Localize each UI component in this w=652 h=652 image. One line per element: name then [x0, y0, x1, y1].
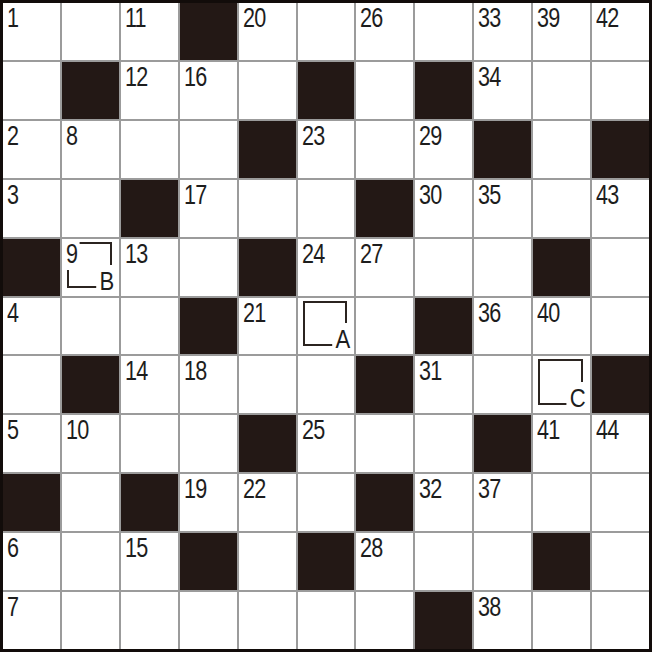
cell-r9c6[interactable]	[298, 474, 355, 531]
clue-number-17: 17	[184, 182, 209, 211]
clue-number-28: 28	[360, 535, 385, 564]
cell-r9c8[interactable]: 32	[415, 474, 472, 531]
cell-r9c4[interactable]: 19	[180, 474, 237, 531]
cell-r8c10[interactable]: 41	[533, 415, 590, 472]
cell-r5c4[interactable]	[180, 239, 237, 296]
cell-r10c1[interactable]: 6	[3, 533, 60, 590]
cell-r7c8[interactable]: 31	[415, 356, 472, 413]
cell-r11c9[interactable]: 38	[474, 592, 531, 649]
cell-r8c6[interactable]: 25	[298, 415, 355, 472]
clue-number-11: 11	[125, 5, 148, 34]
clue-number-7: 7	[7, 594, 21, 623]
block-cell-r9c3	[121, 474, 178, 531]
cell-r8c8[interactable]	[415, 415, 472, 472]
cell-r2c5[interactable]	[239, 62, 296, 119]
cell-r4c4[interactable]: 17	[180, 180, 237, 237]
clue-number-2: 2	[7, 123, 21, 152]
block-cell-r7c2	[62, 356, 119, 413]
cell-r2c7[interactable]	[356, 62, 413, 119]
cell-r7c1[interactable]	[3, 356, 60, 413]
cell-r10c9[interactable]	[474, 533, 531, 590]
block-cell-r4c3	[121, 180, 178, 237]
clue-number-3: 3	[7, 182, 21, 211]
block-cell-r9c7	[356, 474, 413, 531]
cell-r11c3[interactable]	[121, 592, 178, 649]
clue-number-29: 29	[419, 123, 444, 152]
cell-r10c7[interactable]: 28	[356, 533, 413, 590]
cell-r4c11[interactable]: 43	[592, 180, 649, 237]
clue-number-8: 8	[66, 123, 80, 152]
cell-r4c10[interactable]	[533, 180, 590, 237]
cell-r1c9[interactable]: 33	[474, 3, 531, 60]
cell-r8c7[interactable]	[356, 415, 413, 472]
cell-r1c7[interactable]: 26	[356, 3, 413, 60]
cell-r2c1[interactable]	[3, 62, 60, 119]
cell-r2c10[interactable]	[533, 62, 590, 119]
block-cell-r5c1	[3, 239, 60, 296]
clue-number-18: 18	[184, 358, 209, 387]
cell-r6c6[interactable]: A	[298, 298, 355, 355]
clue-number-33: 33	[478, 5, 503, 34]
cell-r2c4[interactable]: 16	[180, 62, 237, 119]
clue-number-23: 23	[302, 123, 327, 152]
clue-number-13: 13	[125, 241, 150, 270]
clue-number-6: 6	[7, 535, 21, 564]
block-cell-r3c9	[474, 121, 531, 178]
cell-r3c10[interactable]	[533, 121, 590, 178]
cell-r10c8[interactable]	[415, 533, 472, 590]
cell-r5c2[interactable]: B9	[62, 239, 119, 296]
cell-r7c10[interactable]: C	[533, 356, 590, 413]
cell-r11c2[interactable]	[62, 592, 119, 649]
cell-r10c2[interactable]	[62, 533, 119, 590]
block-cell-r5c10	[533, 239, 590, 296]
clue-number-34: 34	[478, 64, 503, 93]
clue-number-32: 32	[419, 476, 444, 505]
cell-r9c9[interactable]: 37	[474, 474, 531, 531]
block-cell-r3c11	[592, 121, 649, 178]
cell-r6c3[interactable]	[121, 298, 178, 355]
clue-number-42: 42	[596, 5, 621, 34]
clue-number-24: 24	[302, 241, 327, 270]
cell-r4c9[interactable]: 35	[474, 180, 531, 237]
block-cell-r10c6	[298, 533, 355, 590]
block-cell-r11c8	[415, 592, 472, 649]
clue-number-4: 4	[7, 300, 21, 329]
cell-r9c11[interactable]	[592, 474, 649, 531]
cell-r5c3[interactable]: 13	[121, 239, 178, 296]
cell-r6c9[interactable]: 36	[474, 298, 531, 355]
cell-r11c4[interactable]	[180, 592, 237, 649]
cell-r4c6[interactable]	[298, 180, 355, 237]
cell-r1c1[interactable]: 1	[3, 3, 60, 60]
cell-r4c8[interactable]: 30	[415, 180, 472, 237]
clue-number-36: 36	[478, 300, 503, 329]
cell-r5c9[interactable]	[474, 239, 531, 296]
cell-r9c10[interactable]	[533, 474, 590, 531]
cell-r1c11[interactable]: 42	[592, 3, 649, 60]
cell-r2c11[interactable]	[592, 62, 649, 119]
clue-number-35: 35	[478, 182, 503, 211]
cell-r8c11[interactable]: 44	[592, 415, 649, 472]
clue-number-15: 15	[125, 535, 150, 564]
crossword-board: 1112026333942121634282329317303543B91324…	[0, 0, 652, 652]
cell-r3c7[interactable]	[356, 121, 413, 178]
cell-r4c1[interactable]: 3	[3, 180, 60, 237]
block-cell-r3c5	[239, 121, 296, 178]
cell-r1c8[interactable]	[415, 3, 472, 60]
cell-r8c3[interactable]	[121, 415, 178, 472]
block-cell-r2c6	[298, 62, 355, 119]
clue-number-21: 21	[243, 300, 268, 329]
cell-r6c11[interactable]	[592, 298, 649, 355]
cell-r1c6[interactable]	[298, 3, 355, 60]
cell-r1c10[interactable]: 39	[533, 3, 590, 60]
clue-number-43: 43	[596, 182, 621, 211]
cell-r10c3[interactable]: 15	[121, 533, 178, 590]
cell-r7c5[interactable]	[239, 356, 296, 413]
block-cell-r10c10	[533, 533, 590, 590]
marker-label-a: A	[332, 323, 350, 352]
clue-number-30: 30	[419, 182, 444, 211]
block-cell-r2c2	[62, 62, 119, 119]
cell-r7c4[interactable]: 18	[180, 356, 237, 413]
clue-number-40: 40	[537, 300, 562, 329]
cell-r3c8[interactable]: 29	[415, 121, 472, 178]
cell-r3c1[interactable]: 2	[3, 121, 60, 178]
cell-r6c2[interactable]	[62, 298, 119, 355]
block-cell-r4c7	[356, 180, 413, 237]
cell-r2c9[interactable]: 34	[474, 62, 531, 119]
clue-number-14: 14	[125, 358, 150, 387]
block-cell-r1c4	[180, 3, 237, 60]
cell-r3c2[interactable]: 8	[62, 121, 119, 178]
cell-r6c10[interactable]: 40	[533, 298, 590, 355]
clue-number-5: 5	[7, 417, 21, 446]
clue-number-38: 38	[478, 594, 503, 623]
cell-r1c5[interactable]: 20	[239, 3, 296, 60]
cell-r3c4[interactable]	[180, 121, 237, 178]
clue-number-9: 9	[66, 241, 80, 270]
clue-number-22: 22	[243, 476, 268, 505]
clue-number-1: 1	[7, 5, 21, 34]
block-cell-r6c4	[180, 298, 237, 355]
cell-r1c3[interactable]: 11	[121, 3, 178, 60]
cell-r5c6[interactable]: 24	[298, 239, 355, 296]
clue-number-37: 37	[478, 476, 503, 505]
cell-r5c8[interactable]	[415, 239, 472, 296]
cell-r9c2[interactable]	[62, 474, 119, 531]
cell-r11c5[interactable]	[239, 592, 296, 649]
block-cell-r6c8	[415, 298, 472, 355]
clue-number-27: 27	[360, 241, 385, 270]
marker-label-c: C	[567, 382, 586, 411]
clue-number-31: 31	[419, 358, 444, 387]
cell-r7c9[interactable]	[474, 356, 531, 413]
clue-number-12: 12	[125, 64, 150, 93]
cell-r7c6[interactable]	[298, 356, 355, 413]
cell-r10c11[interactable]	[592, 533, 649, 590]
cell-r11c6[interactable]	[298, 592, 355, 649]
clue-number-39: 39	[537, 5, 562, 34]
block-cell-r2c8	[415, 62, 472, 119]
cell-r6c5[interactable]: 21	[239, 298, 296, 355]
clue-number-25: 25	[302, 417, 327, 446]
cell-r3c3[interactable]	[121, 121, 178, 178]
block-cell-r9c1	[3, 474, 60, 531]
block-cell-r7c11	[592, 356, 649, 413]
cell-r4c5[interactable]	[239, 180, 296, 237]
cell-r11c11[interactable]	[592, 592, 649, 649]
cell-r11c1[interactable]: 7	[3, 592, 60, 649]
block-cell-r8c9	[474, 415, 531, 472]
block-cell-r5c5	[239, 239, 296, 296]
block-cell-r7c7	[356, 356, 413, 413]
cell-r6c7[interactable]	[356, 298, 413, 355]
block-cell-r10c4	[180, 533, 237, 590]
cell-r7c3[interactable]: 14	[121, 356, 178, 413]
crossword-grid: 1112026333942121634282329317303543B91324…	[3, 3, 649, 649]
cell-r4c2[interactable]	[62, 180, 119, 237]
clue-number-19: 19	[184, 476, 209, 505]
clue-number-44: 44	[596, 417, 621, 446]
cell-r8c1[interactable]: 5	[3, 415, 60, 472]
cell-r8c2[interactable]: 10	[62, 415, 119, 472]
block-cell-r8c5	[239, 415, 296, 472]
clue-number-26: 26	[360, 5, 385, 34]
cell-r2c3[interactable]: 12	[121, 62, 178, 119]
cell-r11c7[interactable]	[356, 592, 413, 649]
cell-r8c4[interactable]	[180, 415, 237, 472]
cell-r11c10[interactable]	[533, 592, 590, 649]
cell-r10c5[interactable]	[239, 533, 296, 590]
clue-number-16: 16	[184, 64, 209, 93]
cell-r1c2[interactable]	[62, 3, 119, 60]
cell-r5c11[interactable]	[592, 239, 649, 296]
cell-r3c6[interactable]: 23	[298, 121, 355, 178]
marker-label-b: B	[97, 265, 115, 294]
cell-r6c1[interactable]: 4	[3, 298, 60, 355]
clue-number-10: 10	[66, 417, 91, 446]
clue-number-20: 20	[243, 5, 268, 34]
clue-number-41: 41	[537, 417, 562, 446]
cell-r9c5[interactable]: 22	[239, 474, 296, 531]
cell-r5c7[interactable]: 27	[356, 239, 413, 296]
